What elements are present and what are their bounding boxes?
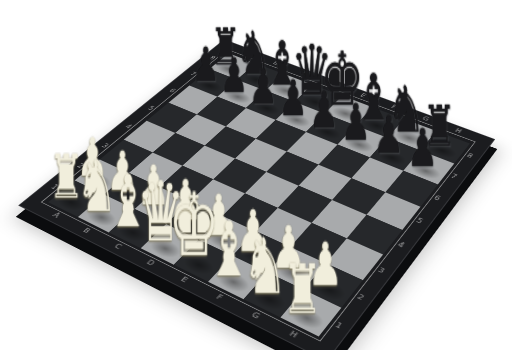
rank-label-right-3: 3 [374,266,388,276]
chess-set-photo: ♜♞♝♛♚♝♞♜♟♟♟♟♟♟♟♟♟♟♟♟♟♟♟♟♜♞♝♛♚♝♞♜AA11BB22… [0,0,512,350]
rank-label-right-5: 5 [412,217,425,226]
chess-board: ♜♞♝♛♚♝♞♜♟♟♟♟♟♟♟♟♟♟♟♟♟♟♟♟♜♞♝♛♚♝♞♜AA11BB22… [18,39,495,350]
rank-label-right-4: 4 [394,241,408,250]
piece-white-rook-h1: ♜ [252,255,353,323]
rank-label-left-6: 6 [166,88,178,95]
rank-label-left-4: 4 [122,123,134,130]
square-h1: ♜ [280,290,341,337]
rank-label-right-6: 6 [430,194,443,202]
piece-black-pawn-h7: ♟ [380,122,466,174]
rank-label-left-5: 5 [144,105,156,112]
board-scene: ♜♞♝♛♚♝♞♜♟♟♟♟♟♟♟♟♟♟♟♟♟♟♟♟♜♞♝♛♚♝♞♜AA11BB22… [0,0,512,350]
